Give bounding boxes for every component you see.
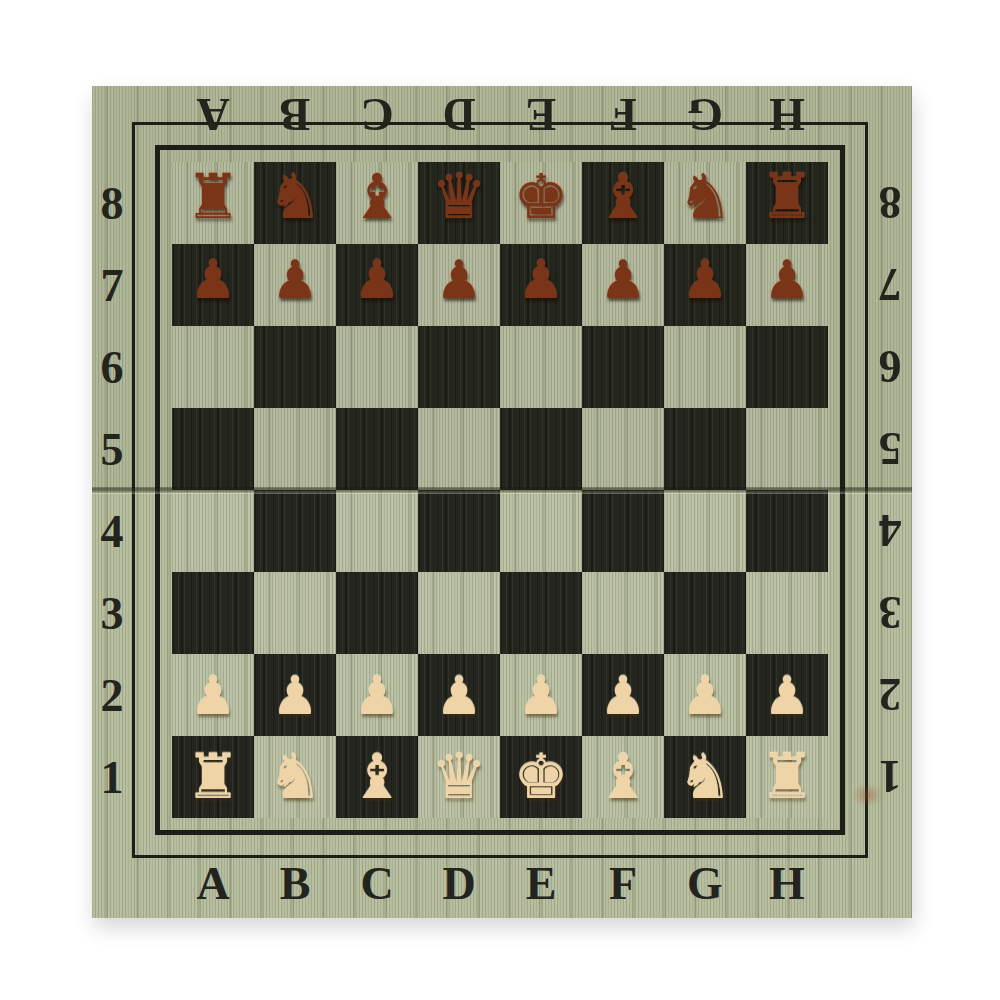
coordinate-label: G (664, 854, 746, 912)
square-f1[interactable]: ♝ (582, 736, 664, 818)
file-labels-bottom: ABCDEFGH (172, 854, 828, 912)
coordinate-label: 1 (92, 736, 132, 818)
piece-white-pawn[interactable]: ♟ (353, 669, 401, 722)
square-g5[interactable] (664, 408, 746, 490)
square-g6[interactable] (664, 326, 746, 408)
coordinate-label: C (336, 88, 418, 141)
piece-white-rook[interactable]: ♜ (185, 746, 241, 808)
square-a3[interactable] (172, 572, 254, 654)
square-f4[interactable] (582, 490, 664, 572)
square-h5[interactable] (746, 408, 828, 490)
piece-black-queen[interactable]: ♛ (431, 166, 487, 228)
square-g1[interactable]: ♞ (664, 736, 746, 818)
square-f2[interactable]: ♟ (582, 654, 664, 736)
square-c6[interactable] (336, 326, 418, 408)
square-c1[interactable]: ♝ (336, 736, 418, 818)
piece-black-pawn[interactable]: ♟ (517, 253, 565, 306)
square-f6[interactable] (582, 326, 664, 408)
square-c7[interactable]: ♟ (336, 244, 418, 326)
piece-white-pawn[interactable]: ♟ (763, 669, 811, 722)
square-a1[interactable]: ♜ (172, 736, 254, 818)
square-h7[interactable]: ♟ (746, 244, 828, 326)
piece-white-pawn[interactable]: ♟ (681, 669, 729, 722)
coordinate-label: C (336, 854, 418, 912)
square-e8[interactable]: ♚ (500, 162, 582, 244)
product-photo: ABCDEFGH ABCDEFGH 87654321 87654321 ♜♞♝♛… (0, 0, 1000, 1000)
square-a7[interactable]: ♟ (172, 244, 254, 326)
coordinate-label: H (746, 88, 828, 141)
square-b5[interactable] (254, 408, 336, 490)
piece-black-knight[interactable]: ♞ (267, 166, 323, 228)
square-c2[interactable]: ♟ (336, 654, 418, 736)
piece-black-bishop[interactable]: ♝ (349, 166, 405, 228)
square-a2[interactable]: ♟ (172, 654, 254, 736)
piece-black-pawn[interactable]: ♟ (763, 253, 811, 306)
coordinate-label: 7 (92, 244, 132, 326)
square-h2[interactable]: ♟ (746, 654, 828, 736)
coordinate-label: F (582, 88, 664, 141)
piece-black-pawn[interactable]: ♟ (271, 253, 319, 306)
piece-white-king[interactable]: ♚ (513, 746, 569, 808)
piece-white-bishop[interactable]: ♝ (595, 746, 651, 808)
square-g4[interactable] (664, 490, 746, 572)
square-h8[interactable]: ♜ (746, 162, 828, 244)
coordinate-label: G (664, 88, 746, 141)
square-a5[interactable] (172, 408, 254, 490)
piece-black-bishop[interactable]: ♝ (595, 166, 651, 228)
coordinate-label: D (418, 88, 500, 141)
piece-black-king[interactable]: ♚ (513, 166, 569, 228)
square-g8[interactable]: ♞ (664, 162, 746, 244)
piece-black-pawn[interactable]: ♟ (353, 253, 401, 306)
coordinate-label: 8 (92, 162, 132, 244)
piece-white-knight[interactable]: ♞ (677, 746, 733, 808)
square-d1[interactable]: ♛ (418, 736, 500, 818)
square-c8[interactable]: ♝ (336, 162, 418, 244)
square-e2[interactable]: ♟ (500, 654, 582, 736)
coordinate-label: E (500, 854, 582, 912)
square-b2[interactable]: ♟ (254, 654, 336, 736)
square-b3[interactable] (254, 572, 336, 654)
square-d2[interactable]: ♟ (418, 654, 500, 736)
coordinate-label: A (172, 854, 254, 912)
piece-white-rook[interactable]: ♜ (759, 746, 815, 808)
square-f7[interactable]: ♟ (582, 244, 664, 326)
coordinate-label: 4 (92, 490, 132, 572)
square-a4[interactable] (172, 490, 254, 572)
square-f5[interactable] (582, 408, 664, 490)
piece-white-pawn[interactable]: ♟ (599, 669, 647, 722)
coordinate-label: 6 (868, 326, 912, 408)
file-labels-top: ABCDEFGH (172, 88, 828, 128)
square-b4[interactable] (254, 490, 336, 572)
piece-black-rook[interactable]: ♜ (185, 166, 241, 228)
square-c3[interactable] (336, 572, 418, 654)
square-g2[interactable]: ♟ (664, 654, 746, 736)
square-d5[interactable] (418, 408, 500, 490)
square-a8[interactable]: ♜ (172, 162, 254, 244)
square-e6[interactable] (500, 326, 582, 408)
square-e3[interactable] (500, 572, 582, 654)
piece-white-knight[interactable]: ♞ (267, 746, 323, 808)
coordinate-label: D (418, 854, 500, 912)
square-h4[interactable] (746, 490, 828, 572)
square-e7[interactable]: ♟ (500, 244, 582, 326)
coordinate-label: 3 (868, 572, 912, 654)
coordinate-label: B (254, 88, 336, 141)
wood-stain (852, 784, 882, 806)
square-b6[interactable] (254, 326, 336, 408)
piece-black-pawn[interactable]: ♟ (681, 253, 729, 306)
square-d7[interactable]: ♟ (418, 244, 500, 326)
square-b1[interactable]: ♞ (254, 736, 336, 818)
square-h1[interactable]: ♜ (746, 736, 828, 818)
coordinate-label: B (254, 854, 336, 912)
board-fold-seam (92, 488, 912, 493)
piece-white-queen[interactable]: ♛ (431, 746, 487, 808)
square-d3[interactable] (418, 572, 500, 654)
square-a6[interactable] (172, 326, 254, 408)
coordinate-label: F (582, 854, 664, 912)
coordinate-label: 5 (92, 408, 132, 490)
square-e1[interactable]: ♚ (500, 736, 582, 818)
coordinate-label: 3 (92, 572, 132, 654)
square-d6[interactable] (418, 326, 500, 408)
coordinate-label: 5 (868, 408, 912, 490)
piece-black-pawn[interactable]: ♟ (435, 253, 483, 306)
square-c4[interactable] (336, 490, 418, 572)
square-e4[interactable] (500, 490, 582, 572)
piece-black-pawn[interactable]: ♟ (189, 253, 237, 306)
square-b8[interactable]: ♞ (254, 162, 336, 244)
piece-white-bishop[interactable]: ♝ (349, 746, 405, 808)
square-e5[interactable] (500, 408, 582, 490)
piece-white-pawn[interactable]: ♟ (271, 669, 319, 722)
chess-board: ABCDEFGH ABCDEFGH 87654321 87654321 ♜♞♝♛… (92, 86, 912, 918)
coordinate-label: 2 (92, 654, 132, 736)
square-f3[interactable] (582, 572, 664, 654)
piece-white-pawn[interactable]: ♟ (189, 669, 237, 722)
square-d8[interactable]: ♛ (418, 162, 500, 244)
square-b7[interactable]: ♟ (254, 244, 336, 326)
square-h3[interactable] (746, 572, 828, 654)
piece-white-pawn[interactable]: ♟ (517, 669, 565, 722)
coordinate-label: E (500, 88, 582, 141)
piece-white-pawn[interactable]: ♟ (435, 669, 483, 722)
square-d4[interactable] (418, 490, 500, 572)
coordinate-label: 6 (92, 326, 132, 408)
coordinate-label: 2 (868, 654, 912, 736)
square-c5[interactable] (336, 408, 418, 490)
coordinate-label: 4 (868, 490, 912, 572)
piece-black-knight[interactable]: ♞ (677, 166, 733, 228)
piece-black-pawn[interactable]: ♟ (599, 253, 647, 306)
square-g3[interactable] (664, 572, 746, 654)
piece-black-rook[interactable]: ♜ (759, 166, 815, 228)
square-h6[interactable] (746, 326, 828, 408)
square-g7[interactable]: ♟ (664, 244, 746, 326)
square-f8[interactable]: ♝ (582, 162, 664, 244)
coordinate-label: A (172, 88, 254, 141)
coordinate-label: 7 (868, 244, 912, 326)
coordinate-label: 8 (868, 162, 912, 244)
coordinate-label: H (746, 854, 828, 912)
